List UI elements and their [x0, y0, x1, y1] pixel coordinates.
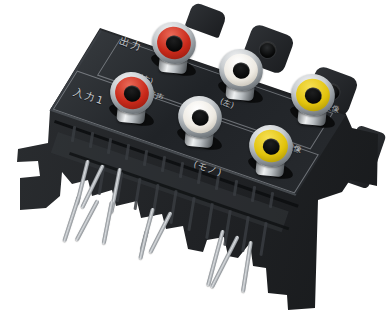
- rca-jack-output-yellow: [291, 73, 335, 117]
- jack-socket-hole: [121, 83, 142, 104]
- jack-insulator: [179, 96, 222, 138]
- rca-jack-input-white: [178, 95, 222, 139]
- jack-insulator: [292, 74, 335, 116]
- rca-jack-output-white: [219, 48, 263, 92]
- jack-socket-hole: [163, 33, 184, 54]
- rca-jack-input-yellow: [249, 124, 293, 168]
- rca-jack-output-red: [152, 21, 196, 65]
- product-photo-rca-jack-block: 出力 入力1 (右) 音声 (左) (モノ) 映像 映像: [0, 0, 386, 325]
- jack-insulator: [250, 125, 293, 167]
- jack-socket-hole: [189, 107, 210, 128]
- jack-socket-hole: [260, 136, 281, 157]
- jack-insulator: [220, 49, 263, 91]
- rca-jack-input-red: [110, 71, 154, 115]
- jack-insulator: [111, 72, 154, 114]
- solder-pin: [75, 199, 100, 241]
- jack-insulator: [153, 22, 196, 64]
- jack-socket-hole: [302, 85, 323, 106]
- solder-pin: [102, 201, 114, 245]
- jack-socket-hole: [230, 60, 251, 81]
